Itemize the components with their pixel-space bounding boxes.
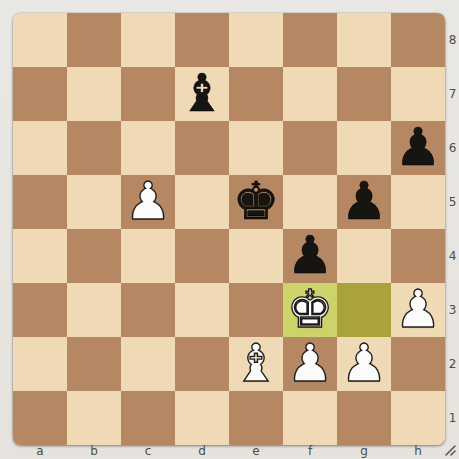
square-g4[interactable] [337, 229, 391, 283]
square-d2[interactable] [175, 337, 229, 391]
piece-white-pawn[interactable]: ♟ [287, 336, 334, 390]
square-b6[interactable] [67, 121, 121, 175]
file-label-d: d [175, 445, 229, 458]
piece-black-bishop[interactable]: ♝ [179, 66, 226, 120]
piece-white-king[interactable]: ♚ [287, 282, 334, 336]
square-a3[interactable] [13, 283, 67, 337]
piece-black-pawn[interactable]: ♟ [287, 228, 334, 282]
rank-label-2: 2 [446, 337, 459, 391]
chess-app: { "game": "chess", "position": { "fen": … [0, 0, 459, 459]
square-b8[interactable] [67, 13, 121, 67]
square-f2[interactable]: ♟ [283, 337, 337, 391]
square-e7[interactable] [229, 67, 283, 121]
square-h6[interactable]: ♟ [391, 121, 445, 175]
square-c4[interactable] [121, 229, 175, 283]
chess-board[interactable]: ♝♟♟♚♟♟♚♟♝♟♟ [13, 13, 445, 445]
square-e6[interactable] [229, 121, 283, 175]
square-e8[interactable] [229, 13, 283, 67]
square-f3[interactable]: ♚ [283, 283, 337, 337]
square-h8[interactable] [391, 13, 445, 67]
square-g2[interactable]: ♟ [337, 337, 391, 391]
square-f1[interactable] [283, 391, 337, 445]
square-h4[interactable] [391, 229, 445, 283]
square-f4[interactable]: ♟ [283, 229, 337, 283]
square-c3[interactable] [121, 283, 175, 337]
square-f6[interactable] [283, 121, 337, 175]
file-label-b: b [67, 445, 121, 458]
file-label-f: f [283, 445, 337, 458]
square-d7[interactable]: ♝ [175, 67, 229, 121]
square-c6[interactable] [121, 121, 175, 175]
square-b7[interactable] [67, 67, 121, 121]
square-d1[interactable] [175, 391, 229, 445]
square-d5[interactable] [175, 175, 229, 229]
square-e5[interactable]: ♚ [229, 175, 283, 229]
square-d4[interactable] [175, 229, 229, 283]
square-c2[interactable] [121, 337, 175, 391]
piece-black-pawn[interactable]: ♟ [395, 120, 442, 174]
square-h2[interactable] [391, 337, 445, 391]
square-g8[interactable] [337, 13, 391, 67]
square-c8[interactable] [121, 13, 175, 67]
rank-label-5: 5 [446, 175, 459, 229]
square-g5[interactable]: ♟ [337, 175, 391, 229]
square-c1[interactable] [121, 391, 175, 445]
rank-label-1: 1 [446, 391, 459, 445]
square-a5[interactable] [13, 175, 67, 229]
rank-label-3: 3 [446, 283, 459, 337]
file-label-e: e [229, 445, 283, 458]
square-e3[interactable] [229, 283, 283, 337]
square-f5[interactable] [283, 175, 337, 229]
rank-labels: 87654321 [446, 13, 459, 445]
resize-handle-icon[interactable] [444, 444, 456, 456]
square-e4[interactable] [229, 229, 283, 283]
piece-black-king[interactable]: ♚ [233, 174, 280, 228]
file-label-g: g [337, 445, 391, 458]
square-a1[interactable] [13, 391, 67, 445]
square-b1[interactable] [67, 391, 121, 445]
square-h1[interactable] [391, 391, 445, 445]
square-a4[interactable] [13, 229, 67, 283]
square-d8[interactable] [175, 13, 229, 67]
rank-label-7: 7 [446, 67, 459, 121]
square-b3[interactable] [67, 283, 121, 337]
square-e2[interactable]: ♝ [229, 337, 283, 391]
square-e1[interactable] [229, 391, 283, 445]
rank-label-4: 4 [446, 229, 459, 283]
file-labels: abcdefgh [13, 445, 445, 458]
square-b5[interactable] [67, 175, 121, 229]
file-label-h: h [391, 445, 445, 458]
rank-label-8: 8 [446, 13, 459, 67]
square-b2[interactable] [67, 337, 121, 391]
square-f8[interactable] [283, 13, 337, 67]
square-g1[interactable] [337, 391, 391, 445]
square-a6[interactable] [13, 121, 67, 175]
file-label-c: c [121, 445, 175, 458]
square-b4[interactable] [67, 229, 121, 283]
square-g3[interactable] [337, 283, 391, 337]
square-a2[interactable] [13, 337, 67, 391]
square-a8[interactable] [13, 13, 67, 67]
square-g7[interactable] [337, 67, 391, 121]
square-g6[interactable] [337, 121, 391, 175]
square-h5[interactable] [391, 175, 445, 229]
square-f7[interactable] [283, 67, 337, 121]
square-a7[interactable] [13, 67, 67, 121]
square-c5[interactable]: ♟ [121, 175, 175, 229]
file-label-a: a [13, 445, 67, 458]
piece-white-pawn[interactable]: ♟ [395, 282, 442, 336]
square-d3[interactable] [175, 283, 229, 337]
piece-white-pawn[interactable]: ♟ [125, 174, 172, 228]
piece-black-pawn[interactable]: ♟ [341, 174, 388, 228]
piece-white-pawn[interactable]: ♟ [341, 336, 388, 390]
square-c7[interactable] [121, 67, 175, 121]
square-h3[interactable]: ♟ [391, 283, 445, 337]
rank-label-6: 6 [446, 121, 459, 175]
piece-white-bishop[interactable]: ♝ [233, 336, 280, 390]
square-d6[interactable] [175, 121, 229, 175]
square-h7[interactable] [391, 67, 445, 121]
